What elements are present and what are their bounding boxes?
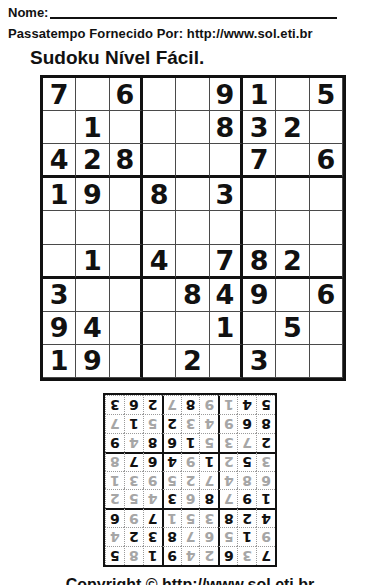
solution-cell-r3c8: 9 (124, 508, 143, 527)
cell-r3c7: 7 (243, 144, 276, 178)
cell-r4c8 (276, 178, 309, 211)
cell-r9c3 (110, 345, 143, 378)
cell-r8c7 (243, 312, 276, 345)
cell-r9c4 (143, 345, 176, 378)
solution-cell-r4c6: 3 (162, 489, 181, 508)
solution-cell-r9c7: 2 (143, 395, 162, 414)
cell-r9c9 (310, 345, 343, 378)
cell-r3c9: 6 (310, 144, 343, 178)
solution-cell-r1c7: 1 (143, 546, 162, 565)
solution-cell-r4c1: 1 (256, 489, 275, 508)
solution-cell-r6c6: 4 (162, 452, 181, 471)
cell-r9c5: 2 (176, 345, 209, 378)
solution-cell-r5c2: 8 (237, 471, 256, 490)
cell-r4c9 (310, 178, 343, 211)
cell-r4c7 (243, 178, 276, 211)
cell-r8c2: 4 (76, 312, 109, 345)
cell-r7c4 (143, 279, 176, 312)
cell-r6c3 (110, 245, 143, 279)
cell-r5c2 (76, 211, 109, 244)
solution-cell-r6c3: 2 (218, 452, 237, 471)
provider-line: Passatempo Fornecido Por: http://www.sol… (8, 26, 372, 41)
solution-cell-r5c1: 6 (256, 471, 275, 490)
solution-cell-r1c5: 4 (181, 546, 200, 565)
solution-cell-r1c8: 8 (124, 546, 143, 565)
name-row: Nome: (8, 5, 372, 20)
cell-r7c2 (76, 279, 109, 312)
cell-r3c1: 4 (43, 144, 76, 178)
solution-cell-r3c6: 1 (162, 508, 181, 527)
solution-cell-r7c7: 8 (143, 433, 162, 452)
solution-cell-r3c2: 2 (237, 508, 256, 527)
cell-r3c2: 2 (76, 144, 109, 178)
cell-r1c2 (76, 78, 109, 111)
cell-r6c6: 7 (210, 245, 243, 279)
solution-cell-r9c6: 7 (162, 395, 181, 414)
solution-cell-r2c7: 3 (143, 527, 162, 546)
cell-r3c6 (210, 144, 243, 178)
solution-cell-r8c2: 6 (237, 414, 256, 433)
cell-r6c5 (176, 245, 209, 279)
solution-cell-r9c4: 9 (199, 395, 218, 414)
solution-cell-r7c9: 9 (105, 433, 124, 452)
cell-r5c1 (43, 211, 76, 244)
solution-cell-r1c3: 6 (218, 546, 237, 565)
cell-r7c9: 6 (310, 279, 343, 312)
cell-r7c8 (276, 279, 309, 312)
cell-r8c1: 9 (43, 312, 76, 345)
cell-r5c8 (276, 211, 309, 244)
cell-r2c4 (143, 111, 176, 144)
cell-r1c1: 7 (43, 78, 76, 111)
solution-cell-r3c1: 4 (256, 508, 275, 527)
cell-r3c3: 8 (110, 144, 143, 178)
cell-r6c2: 1 (76, 245, 109, 279)
solution-cell-r1c2: 3 (237, 546, 256, 565)
cell-r1c8 (276, 78, 309, 111)
solution-cell-r5c4: 7 (199, 471, 218, 490)
solution-cell-r5c8: 3 (124, 471, 143, 490)
cell-r2c7: 3 (243, 111, 276, 144)
solution-cell-r3c7: 7 (143, 508, 162, 527)
solution-cell-r9c8: 6 (124, 395, 143, 414)
solution-cell-r4c9: 2 (105, 489, 124, 508)
solution-cell-r5c9: 1 (105, 471, 124, 490)
cell-r5c4 (143, 211, 176, 244)
cell-r1c9: 5 (310, 78, 343, 111)
cell-r4c3 (110, 178, 143, 211)
solution-cell-r7c3: 3 (218, 433, 237, 452)
cell-r9c6 (210, 345, 243, 378)
solution-cell-r3c3: 8 (218, 508, 237, 527)
cell-r2c8: 2 (276, 111, 309, 144)
solution-cell-r7c4: 5 (199, 433, 218, 452)
cell-r6c1 (43, 245, 76, 279)
cell-r6c7: 8 (243, 245, 276, 279)
solution-cell-r4c3: 7 (218, 489, 237, 508)
cell-r5c9 (310, 211, 343, 244)
cell-r1c3: 6 (110, 78, 143, 111)
solution-cell-r7c1: 2 (256, 433, 275, 452)
solution-cell-r1c1: 7 (256, 546, 275, 565)
solution-cell-r9c5: 8 (181, 395, 200, 414)
solution-cell-r8c6: 2 (162, 414, 181, 433)
header: Nome: Passatempo Fornecido Por: http://w… (0, 5, 380, 69)
solution-cell-r8c8: 1 (124, 414, 143, 433)
copyright-line: Copyright © http://www.sol.eti.br (0, 576, 380, 585)
solution-cell-r8c9: 7 (105, 414, 124, 433)
solution-cell-r5c7: 9 (143, 471, 162, 490)
solution-cell-r8c3: 9 (218, 414, 237, 433)
cell-r2c2: 1 (76, 111, 109, 144)
solution-cell-r6c8: 7 (124, 452, 143, 471)
cell-r9c1: 1 (43, 345, 76, 378)
cell-r7c6: 4 (210, 279, 243, 312)
cell-r8c8: 5 (276, 312, 309, 345)
cell-r6c8: 2 (276, 245, 309, 279)
solution-cell-r6c2: 5 (237, 452, 256, 471)
solution-cell-r1c9: 5 (105, 546, 124, 565)
solution-cell-r7c2: 7 (237, 433, 256, 452)
cell-r2c5 (176, 111, 209, 144)
solution-cell-r2c9: 4 (105, 527, 124, 546)
page-title: Sudoku Nível Fácil. (30, 47, 372, 69)
cell-r7c7: 9 (243, 279, 276, 312)
cell-r1c6: 9 (210, 78, 243, 111)
solution-cell-r5c6: 5 (162, 471, 181, 490)
sudoku-puzzle-grid: 769151832428761983147823849694151923 (40, 75, 346, 381)
cell-r9c8 (276, 345, 309, 378)
cell-r7c3 (110, 279, 143, 312)
solution-cell-r8c7: 5 (143, 414, 162, 433)
cell-r4c1: 1 (43, 178, 76, 211)
solution-cell-r8c1: 8 (256, 414, 275, 433)
solution-cell-r1c6: 9 (162, 546, 181, 565)
cell-r2c9 (310, 111, 343, 144)
cell-r2c1 (43, 111, 76, 144)
cell-r3c5 (176, 144, 209, 178)
name-blank-line (50, 5, 337, 19)
cell-r8c3 (110, 312, 143, 345)
solution-cell-r2c1: 9 (256, 527, 275, 546)
solution-cell-r2c4: 6 (199, 527, 218, 546)
cell-r5c7 (243, 211, 276, 244)
sudoku-solution-grid: 7362491859156783244283517961978634526847… (103, 393, 277, 567)
solution-cell-r2c3: 5 (218, 527, 237, 546)
solution-cell-r4c7: 4 (143, 489, 162, 508)
cell-r3c4 (143, 144, 176, 178)
cell-r4c6: 3 (210, 178, 243, 211)
cell-r5c3 (110, 211, 143, 244)
cell-r5c5 (176, 211, 209, 244)
solution-cell-r4c8: 5 (124, 489, 143, 508)
cell-r8c4 (143, 312, 176, 345)
cell-r9c2: 9 (76, 345, 109, 378)
cell-r1c7: 1 (243, 78, 276, 111)
solution-cell-r9c2: 4 (237, 395, 256, 414)
solution-cell-r3c9: 6 (105, 508, 124, 527)
puzzle-sheet: Nome: Passatempo Fornecido Por: http://w… (0, 0, 380, 585)
cell-r9c7: 3 (243, 345, 276, 378)
cell-r5c6 (210, 211, 243, 244)
cell-r8c6: 1 (210, 312, 243, 345)
solution-cell-r4c2: 9 (237, 489, 256, 508)
solution-cell-r6c5: 9 (181, 452, 200, 471)
solution-cell-r7c5: 1 (181, 433, 200, 452)
solution-cell-r2c5: 7 (181, 527, 200, 546)
solution-cell-r3c5: 5 (181, 508, 200, 527)
solution-cell-r2c6: 8 (162, 527, 181, 546)
cell-r7c5: 8 (176, 279, 209, 312)
cell-r4c2: 9 (76, 178, 109, 211)
solution-cell-r5c3: 4 (218, 471, 237, 490)
solution-cell-r6c1: 3 (256, 452, 275, 471)
cell-r8c9 (310, 312, 343, 345)
solution-cell-r6c7: 6 (143, 452, 162, 471)
solution-cell-r5c5: 2 (181, 471, 200, 490)
solution-cell-r4c5: 6 (181, 489, 200, 508)
cell-r6c9 (310, 245, 343, 279)
cell-r1c5 (176, 78, 209, 111)
cell-r3c8 (276, 144, 309, 178)
name-label: Nome: (8, 5, 48, 20)
cell-r1c4 (143, 78, 176, 111)
cell-r8c5 (176, 312, 209, 345)
solution-cell-r7c8: 4 (124, 433, 143, 452)
solution-cell-r6c4: 1 (199, 452, 218, 471)
cell-r4c5 (176, 178, 209, 211)
solution-cell-r4c4: 8 (199, 489, 218, 508)
solution-cell-r3c4: 3 (199, 508, 218, 527)
solution-cell-r7c6: 6 (162, 433, 181, 452)
cell-r6c4: 4 (143, 245, 176, 279)
solution-cell-r2c8: 2 (124, 527, 143, 546)
solution-cell-r1c4: 2 (199, 546, 218, 565)
solution-cell-r2c2: 1 (237, 527, 256, 546)
solution-cell-r8c4: 4 (199, 414, 218, 433)
cell-r4c4: 8 (143, 178, 176, 211)
solution-cell-r6c9: 8 (105, 452, 124, 471)
solution-cell-r9c9: 3 (105, 395, 124, 414)
cell-r7c1: 3 (43, 279, 76, 312)
solution-cell-r9c3: 1 (218, 395, 237, 414)
cell-r2c6: 8 (210, 111, 243, 144)
cell-r2c3 (110, 111, 143, 144)
solution-cell-r8c5: 3 (181, 414, 200, 433)
solution-cell-r9c1: 5 (256, 395, 275, 414)
